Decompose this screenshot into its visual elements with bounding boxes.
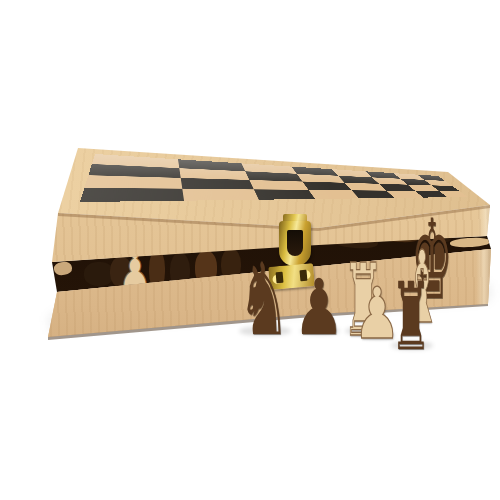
board-square: [182, 189, 259, 201]
board-square: [80, 188, 184, 202]
board-square: [254, 189, 315, 199]
board-square: [84, 175, 182, 189]
dark-pawn-piece: ♟: [293, 269, 344, 346]
board-square: [249, 180, 308, 190]
chess-set-photo: ♟ ♞♟♜♟♜♝♚: [0, 0, 500, 500]
inner-rim-right: [450, 237, 490, 248]
dark-rook-piece: ♜: [391, 270, 431, 364]
dark-knight-piece: ♞: [238, 250, 290, 350]
inner-rim-left: [53, 261, 72, 276]
board-square: [181, 178, 254, 189]
